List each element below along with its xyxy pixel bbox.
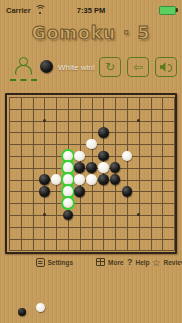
- stone-black: [98, 174, 109, 185]
- stone-layer: [3, 91, 180, 256]
- result-text: White win!: [58, 63, 95, 72]
- more-label: More: [108, 259, 124, 266]
- stone-black: [122, 186, 133, 197]
- status-bar: Carrier 7:35 PM: [0, 0, 182, 20]
- settings-icon: [36, 258, 45, 267]
- stone-white: [86, 174, 97, 185]
- stone-black: [110, 162, 121, 173]
- restart-icon: ↻: [105, 61, 115, 73]
- decor-stone-black: [18, 308, 26, 316]
- stone-white: [86, 139, 97, 150]
- battery-block: [159, 6, 176, 15]
- undo-button[interactable]: ⇦: [127, 57, 149, 77]
- stone-white-winning: [63, 162, 74, 173]
- review-label: Review: [164, 259, 182, 266]
- stone-black: [110, 174, 121, 185]
- stone-black: [39, 174, 50, 185]
- sound-button[interactable]: [155, 57, 177, 77]
- player-stone-black: [40, 60, 53, 73]
- hud-row: White win! ↻ ⇦: [0, 56, 182, 86]
- stone-white: [122, 151, 133, 162]
- bottom-toolbar: Settings More ? Help ☆ Review: [0, 258, 182, 274]
- speaker-icon: [160, 62, 172, 72]
- stone-black: [63, 210, 74, 221]
- wifi-icon: [34, 6, 46, 15]
- gomoku-board[interactable]: [0, 88, 182, 258]
- help-button[interactable]: ? Help: [127, 258, 150, 267]
- more-button[interactable]: More: [96, 258, 124, 266]
- stone-white-winning: [63, 151, 74, 162]
- stone-black: [98, 151, 109, 162]
- restart-button[interactable]: ↻: [99, 57, 121, 77]
- stone-black: [98, 127, 109, 138]
- stone-white: [74, 151, 85, 162]
- stone-black: [39, 186, 50, 197]
- carrier-label: Carrier: [6, 6, 31, 15]
- stone-white-winning: [63, 174, 74, 185]
- battery-icon: [159, 6, 176, 15]
- help-label: Help: [136, 259, 150, 266]
- stone-white: [74, 174, 85, 185]
- stone-black: [74, 186, 85, 197]
- help-question-icon: ?: [127, 258, 133, 267]
- app-screen: Carrier 7:35 PM Gomoku · 5 White win! ↻ …: [0, 0, 182, 323]
- stone-black: [86, 162, 97, 173]
- page-title: Gomoku · 5: [0, 23, 182, 43]
- stone-black: [74, 162, 85, 173]
- person-icon: [13, 57, 35, 76]
- review-button[interactable]: ☆ Review: [152, 258, 182, 268]
- settings-button[interactable]: Settings: [36, 258, 73, 267]
- decor-stone-white: [36, 303, 45, 312]
- stone-white: [98, 162, 109, 173]
- hud-buttons: ↻ ⇦: [99, 57, 177, 77]
- undo-arrow-icon: ⇦: [133, 61, 143, 73]
- settings-label: Settings: [48, 259, 74, 266]
- person-dashed-underline: [10, 79, 37, 81]
- review-star-icon: ☆: [152, 258, 161, 268]
- carrier-block: Carrier: [6, 6, 46, 15]
- stone-white-winning: [63, 186, 74, 197]
- stone-white: [51, 174, 62, 185]
- stone-white-winning: [63, 198, 74, 209]
- more-gift-icon: [96, 258, 105, 266]
